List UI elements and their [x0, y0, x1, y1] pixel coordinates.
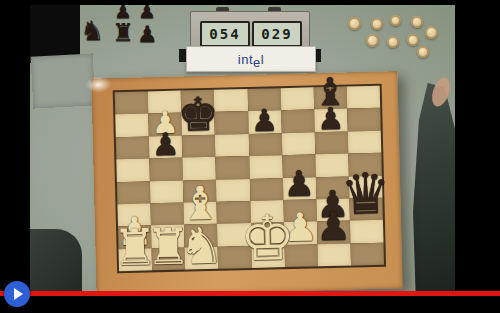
- square-d8: [214, 89, 248, 112]
- captured-black-pawn: ♟: [137, 23, 158, 46]
- clock-display-right: 029: [252, 21, 302, 47]
- piece-black-bishop-g8: ♝: [313, 73, 348, 112]
- square-f4: ♟: [282, 177, 316, 200]
- captured-black-rook: ♜: [112, 20, 134, 45]
- captured-black-pawn: ♟: [138, 5, 156, 21]
- square-d1: [218, 246, 252, 269]
- square-h7: [347, 108, 381, 131]
- square-b2: [151, 225, 185, 248]
- square-c3: ♝: [184, 202, 218, 225]
- captured-white-piece: [371, 18, 383, 30]
- square-g8: ♝: [313, 87, 347, 110]
- captured-white-piece: [366, 34, 379, 47]
- square-h5: [348, 153, 382, 176]
- intel-logo: intel: [238, 52, 264, 67]
- square-g4: [316, 176, 350, 199]
- square-b5: [149, 158, 183, 181]
- square-g7: ♟: [314, 109, 348, 132]
- square-c1: ♞: [185, 246, 219, 269]
- letterbox-bottom: [0, 296, 500, 313]
- square-e3: [250, 200, 284, 223]
- square-f7: [281, 110, 315, 133]
- board-squares: ♝♟♚♟♟♟♟♝♟♛♟♟♟♜♜♞♚: [115, 86, 384, 271]
- video-content: ♟♟♞♜♟ 054 029 intel ♝♟♚♟♟♟♟♝♟♛♟♟♟♜♜♞♚: [30, 5, 455, 291]
- square-d4: [216, 178, 250, 201]
- square-d2: [217, 223, 251, 246]
- player-arm-right: [413, 83, 455, 291]
- square-a2: ♟: [118, 226, 152, 249]
- square-a1: ♜: [119, 248, 153, 271]
- square-c7: ♚: [182, 112, 216, 135]
- square-f5: [282, 154, 316, 177]
- square-a7: [115, 114, 149, 137]
- square-d5: [216, 156, 250, 179]
- sponsor-panel: intel: [186, 46, 316, 72]
- square-e7: ♟: [248, 111, 282, 134]
- captured-white-piece: [387, 36, 399, 48]
- square-a8: [115, 91, 149, 114]
- square-f3: [283, 199, 317, 222]
- square-c8: [181, 90, 215, 113]
- square-g6: [315, 131, 349, 154]
- captured-white-piece: [417, 46, 429, 58]
- square-b8: [148, 91, 182, 114]
- square-e1: ♚: [251, 245, 285, 268]
- square-a5: [116, 159, 150, 182]
- chess-board: ♝♟♚♟♟♟♟♝♟♛♟♟♟♜♜♞♚: [91, 71, 402, 291]
- square-h2: [350, 220, 384, 243]
- captured-black-knight: ♞: [80, 17, 104, 44]
- captured-white-piece: [425, 26, 438, 39]
- square-h6: [348, 130, 382, 153]
- square-e5: [249, 155, 283, 178]
- square-d6: [215, 134, 249, 157]
- square-g3: ♟: [316, 198, 350, 221]
- square-b6: ♟: [149, 135, 183, 158]
- square-h3: ♛: [349, 198, 383, 221]
- player-hand: [429, 75, 453, 108]
- square-g2: ♟: [317, 221, 351, 244]
- square-b1: ♜: [152, 247, 186, 270]
- square-g1: [317, 243, 351, 266]
- square-e6: [248, 133, 282, 156]
- square-c2: [184, 224, 218, 247]
- square-d7: [215, 111, 249, 134]
- square-c4: [183, 179, 217, 202]
- clock-display-left: 054: [200, 21, 250, 47]
- square-e2: [250, 222, 284, 245]
- captured-white-piece: [348, 17, 361, 30]
- square-g5: [315, 154, 349, 177]
- square-b4: [150, 180, 184, 203]
- captured-white-piece: [390, 15, 401, 26]
- square-a3: [117, 203, 151, 226]
- captured-white-piece: [407, 34, 419, 46]
- player-shoulder-left: [30, 229, 82, 291]
- square-f2: ♟: [284, 222, 318, 245]
- square-h1: [350, 242, 384, 265]
- play-icon: [14, 288, 23, 300]
- light-glare: [85, 76, 111, 93]
- square-c6: [182, 135, 216, 158]
- square-a4: [117, 181, 151, 204]
- square-e4: [249, 178, 283, 201]
- square-f6: [281, 132, 315, 155]
- square-d3: [217, 201, 251, 224]
- square-h8: [347, 86, 381, 109]
- board-inner-border: ♝♟♚♟♟♟♟♝♟♛♟♟♟♜♜♞♚: [113, 84, 386, 274]
- square-b3: [151, 202, 185, 225]
- square-h4: [349, 175, 383, 198]
- video-player: ♟♟♞♜♟ 054 029 intel ♝♟♚♟♟♟♟♝♟♛♟♟♟♜♜♞♚: [0, 0, 500, 313]
- square-b7: ♟: [148, 113, 182, 136]
- square-f8: [280, 87, 314, 110]
- chess-clock: 054 029 intel: [186, 7, 314, 69]
- captured-white-piece: [411, 16, 423, 28]
- square-f1: [284, 244, 318, 267]
- square-a6: [116, 136, 150, 159]
- square-c5: [183, 157, 217, 180]
- play-button[interactable]: [4, 281, 30, 307]
- square-e8: [247, 88, 281, 111]
